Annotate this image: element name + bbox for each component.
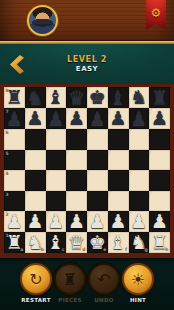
black-pawn[interactable]: ♟ — [129, 108, 150, 129]
square-h2[interactable]: ♟ — [149, 211, 170, 232]
square-b7[interactable]: ♟ — [25, 108, 46, 129]
square-f1[interactable]: f♝ — [108, 232, 129, 253]
square-c5[interactable] — [46, 150, 67, 171]
square-b6[interactable] — [25, 129, 46, 150]
file-label-b: b — [41, 247, 44, 252]
square-b5[interactable] — [25, 150, 46, 171]
square-a6[interactable]: 6 — [4, 129, 25, 150]
square-c8[interactable]: ♝ — [46, 87, 67, 108]
square-d6[interactable] — [66, 129, 87, 150]
file-label-e: e — [103, 247, 106, 252]
square-g7[interactable]: ♟ — [129, 108, 150, 129]
square-e4[interactable] — [87, 170, 108, 191]
pieces-button[interactable]: ♜PIECES — [55, 263, 85, 303]
square-c4[interactable] — [46, 170, 67, 191]
square-f3[interactable] — [108, 191, 129, 212]
square-h4[interactable] — [149, 170, 170, 191]
square-h5[interactable] — [149, 150, 170, 171]
square-d2[interactable]: ♟ — [66, 211, 87, 232]
undo-icon: ↶ — [88, 263, 120, 295]
white-pawn[interactable]: ♟ — [87, 211, 108, 232]
square-h8[interactable]: ♜ — [149, 87, 170, 108]
square-f5[interactable] — [108, 150, 129, 171]
chess-app: ⚙ LEVEL 2 EASY 8♜♞♝♛♚♝♞♜7♟♟♟♟♟♟♟♟65432♟♟… — [0, 0, 174, 310]
tool-label-undo: UNDO — [94, 297, 114, 303]
gear-icon: ⚙ — [151, 7, 162, 19]
file-label-f: f — [125, 247, 127, 252]
square-h6[interactable] — [149, 129, 170, 150]
hint-icon: ☀ — [122, 263, 154, 295]
white-pawn[interactable]: ♟ — [108, 211, 129, 232]
file-label-h: h — [165, 247, 168, 252]
black-rook[interactable]: ♜ — [149, 87, 170, 108]
square-c1[interactable]: c♝ — [46, 232, 67, 253]
square-b4[interactable] — [25, 170, 46, 191]
board-grid: 8♜♞♝♛♚♝♞♜7♟♟♟♟♟♟♟♟65432♟♟♟♟♟♟♟♟1a♜b♞c♝d♛… — [4, 87, 170, 253]
restart-icon: ↻ — [20, 263, 52, 295]
square-a1[interactable]: 1a♜ — [4, 232, 25, 253]
square-f6[interactable] — [108, 129, 129, 150]
square-c3[interactable] — [46, 191, 67, 212]
square-c6[interactable] — [46, 129, 67, 150]
square-g8[interactable]: ♞ — [129, 87, 150, 108]
square-d3[interactable] — [66, 191, 87, 212]
rank-label-1: 1 — [6, 233, 9, 238]
file-label-g: g — [145, 247, 148, 252]
back-chevron-icon[interactable] — [10, 55, 24, 74]
tool-label-hint: HINT — [130, 297, 146, 303]
black-pawn[interactable]: ♟ — [25, 108, 46, 129]
black-queen[interactable]: ♛ — [66, 87, 87, 108]
toolbar: ↻RESTART♜PIECES↶UNDO☀HINT — [0, 258, 174, 310]
square-g2[interactable]: ♟ — [129, 211, 150, 232]
square-a2[interactable]: 2♟ — [4, 211, 25, 232]
black-knight[interactable]: ♞ — [25, 87, 46, 108]
black-pawn[interactable]: ♟ — [87, 108, 108, 129]
square-d7[interactable]: ♟ — [66, 108, 87, 129]
black-bishop[interactable]: ♝ — [46, 87, 67, 108]
square-g4[interactable] — [129, 170, 150, 191]
level-difficulty: EASY — [76, 65, 98, 73]
black-king[interactable]: ♚ — [87, 87, 108, 108]
level-title: LEVEL 2 — [67, 55, 107, 64]
level-banner: LEVEL 2 EASY — [0, 44, 174, 84]
square-d4[interactable] — [66, 170, 87, 191]
player-avatar[interactable] — [27, 5, 58, 36]
black-pawn[interactable]: ♟ — [108, 108, 129, 129]
undo-button[interactable]: ↶UNDO — [89, 263, 119, 303]
square-c7[interactable]: ♟ — [46, 108, 67, 129]
black-knight[interactable]: ♞ — [129, 87, 150, 108]
square-a8[interactable]: 8♜ — [4, 87, 25, 108]
square-a3[interactable]: 3 — [4, 191, 25, 212]
square-e1[interactable]: e♚ — [87, 232, 108, 253]
square-e6[interactable] — [87, 129, 108, 150]
square-b2[interactable]: ♟ — [25, 211, 46, 232]
square-g5[interactable] — [129, 150, 150, 171]
white-pawn[interactable]: ♟ — [25, 211, 46, 232]
rank-label-3: 3 — [6, 192, 9, 197]
white-pawn[interactable]: ♟ — [66, 211, 87, 232]
rank-label-7: 7 — [6, 109, 9, 114]
file-label-c: c — [62, 247, 65, 252]
square-e5[interactable] — [87, 150, 108, 171]
black-bishop[interactable]: ♝ — [108, 87, 129, 108]
square-c2[interactable]: ♟ — [46, 211, 67, 232]
square-g1[interactable]: g♞ — [129, 232, 150, 253]
square-h3[interactable] — [149, 191, 170, 212]
square-d1[interactable]: d♛ — [66, 232, 87, 253]
square-a7[interactable]: 7♟ — [4, 108, 25, 129]
file-label-d: d — [82, 247, 85, 252]
square-e8[interactable]: ♚ — [87, 87, 108, 108]
white-pawn[interactable]: ♟ — [129, 211, 150, 232]
rank-label-6: 6 — [6, 130, 9, 135]
pieces-icon: ♜ — [54, 263, 86, 295]
settings-button[interactable]: ⚙ — [146, 0, 166, 30]
black-pawn[interactable]: ♟ — [66, 108, 87, 129]
square-f2[interactable]: ♟ — [108, 211, 129, 232]
square-d5[interactable] — [66, 150, 87, 171]
white-pawn[interactable]: ♟ — [149, 211, 170, 232]
rank-label-4: 4 — [6, 171, 9, 176]
rank-label-8: 8 — [6, 88, 9, 93]
square-g3[interactable] — [129, 191, 150, 212]
black-pawn[interactable]: ♟ — [46, 108, 67, 129]
tool-label-pieces: PIECES — [58, 297, 81, 303]
square-b3[interactable] — [25, 191, 46, 212]
square-e7[interactable]: ♟ — [87, 108, 108, 129]
rank-label-2: 2 — [6, 212, 9, 217]
top-header: ⚙ — [0, 0, 174, 40]
square-e2[interactable]: ♟ — [87, 211, 108, 232]
white-pawn[interactable]: ♟ — [46, 211, 67, 232]
tool-label-restart: RESTART — [21, 297, 50, 303]
square-e3[interactable] — [87, 191, 108, 212]
square-b1[interactable]: b♞ — [25, 232, 46, 253]
square-f8[interactable]: ♝ — [108, 87, 129, 108]
square-f4[interactable] — [108, 170, 129, 191]
hint-button[interactable]: ☀HINT — [123, 263, 153, 303]
chess-board: 8♜♞♝♛♚♝♞♜7♟♟♟♟♟♟♟♟65432♟♟♟♟♟♟♟♟1a♜b♞c♝d♛… — [0, 84, 174, 258]
square-a5[interactable]: 5 — [4, 150, 25, 171]
restart-button[interactable]: ↻RESTART — [21, 263, 51, 303]
square-a4[interactable]: 4 — [4, 170, 25, 191]
rank-label-5: 5 — [6, 151, 9, 156]
square-h7[interactable]: ♟ — [149, 108, 170, 129]
square-d8[interactable]: ♛ — [66, 87, 87, 108]
square-g6[interactable] — [129, 129, 150, 150]
square-f7[interactable]: ♟ — [108, 108, 129, 129]
square-b8[interactable]: ♞ — [25, 87, 46, 108]
black-pawn[interactable]: ♟ — [149, 108, 170, 129]
square-h1[interactable]: h♜ — [149, 232, 170, 253]
file-label-a: a — [20, 247, 23, 252]
